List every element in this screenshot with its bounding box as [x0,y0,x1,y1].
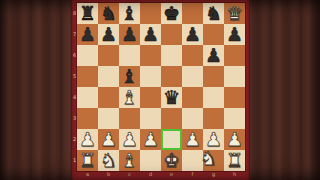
square-b6[interactable] [98,45,119,66]
square-h2[interactable]: ♟ [224,129,245,150]
square-d3[interactable] [140,108,161,129]
piece-white-pawn-a2[interactable]: ♟ [77,129,98,150]
square-d7[interactable]: ♟ [140,24,161,45]
piece-black-rook-a8[interactable]: ♜ [77,3,98,24]
piece-black-pawn-g6[interactable]: ♟ [203,45,224,66]
square-c1[interactable]: ♝ [119,150,140,171]
piece-black-king-e8[interactable]: ♚ [161,3,182,24]
video-frame: 87654321 abcdefgh ♜♞♝♚♞♛♟♟♟♟♟♟♟♝♝♛♟♟♟♟♟♟… [0,0,320,180]
square-a7[interactable]: ♟ [77,24,98,45]
piece-black-bishop-c8[interactable]: ♝ [119,3,140,24]
square-d6[interactable] [140,45,161,66]
square-g5[interactable] [203,66,224,87]
square-a1[interactable]: ♜ [77,150,98,171]
piece-black-pawn-h7[interactable]: ♟ [224,24,245,45]
square-b1[interactable]: ♞ [98,150,119,171]
square-d4[interactable] [140,87,161,108]
square-c3[interactable] [119,108,140,129]
square-h4[interactable] [224,87,245,108]
square-b2[interactable]: ♟ [98,129,119,150]
piece-black-pawn-f7[interactable]: ♟ [182,24,203,45]
file-label-h: h [224,171,245,179]
square-f3[interactable] [182,108,203,129]
square-a6[interactable] [77,45,98,66]
piece-black-knight-b8[interactable]: ♞ [98,3,119,24]
piece-black-knight-g8[interactable]: ♞ [203,3,224,24]
square-d8[interactable] [140,3,161,24]
piece-white-pawn-h2[interactable]: ♟ [224,129,245,150]
piece-black-bishop-c5[interactable]: ♝ [119,66,140,87]
square-g3[interactable] [203,108,224,129]
piece-white-bishop-c1[interactable]: ♝ [119,150,140,171]
file-label-g: g [203,171,224,179]
file-label-c: c [119,171,140,179]
piece-white-rook-a1[interactable]: ♜ [77,150,98,171]
square-e8[interactable]: ♚ [161,3,182,24]
piece-white-rook-h1[interactable]: ♜ [224,150,245,171]
square-g7[interactable] [203,24,224,45]
piece-white-pawn-c2[interactable]: ♟ [119,129,140,150]
piece-black-pawn-c7[interactable]: ♟ [119,24,140,45]
square-b4[interactable] [98,87,119,108]
square-c5[interactable]: ♝ [119,66,140,87]
square-b8[interactable]: ♞ [98,3,119,24]
piece-white-pawn-d2[interactable]: ♟ [140,129,161,150]
square-f5[interactable] [182,66,203,87]
square-b5[interactable] [98,66,119,87]
square-a3[interactable] [77,108,98,129]
square-c6[interactable] [119,45,140,66]
square-d5[interactable] [140,66,161,87]
square-f7[interactable]: ♟ [182,24,203,45]
square-b3[interactable] [98,108,119,129]
square-h8[interactable]: ♛ [224,3,245,24]
piece-black-pawn-d7[interactable]: ♟ [140,24,161,45]
square-a4[interactable] [77,87,98,108]
piece-white-knight-g1[interactable]: ♞ [198,148,219,169]
chess-board: ♜♞♝♚♞♛♟♟♟♟♟♟♟♝♝♛♟♟♟♟♟♟♟♜♞♝♚♞♜ [77,3,245,171]
piece-white-queen-h8[interactable]: ♛ [224,3,245,24]
square-e1[interactable]: ♚ [161,150,182,171]
file-label-a: a [77,171,98,179]
piece-white-pawn-b2[interactable]: ♟ [98,129,119,150]
square-e3[interactable] [161,108,182,129]
square-f8[interactable] [182,3,203,24]
square-c8[interactable]: ♝ [119,3,140,24]
square-e4[interactable]: ♛ [161,87,182,108]
square-a8[interactable]: ♜ [77,3,98,24]
square-e7[interactable] [161,24,182,45]
square-d2[interactable]: ♟ [140,129,161,150]
square-a5[interactable] [77,66,98,87]
square-c7[interactable]: ♟ [119,24,140,45]
piece-white-knight-b1[interactable]: ♞ [98,150,119,171]
file-label-b: b [98,171,119,179]
square-g1[interactable]: ♞ [203,150,224,171]
file-label-f: f [182,171,203,179]
piece-black-queen-e4[interactable]: ♛ [161,87,182,108]
square-d1[interactable] [140,150,161,171]
square-f6[interactable] [182,45,203,66]
file-coordinates: abcdefgh [77,171,245,179]
square-a2[interactable]: ♟ [77,129,98,150]
square-g4[interactable] [203,87,224,108]
square-e5[interactable] [161,66,182,87]
square-e6[interactable] [161,45,182,66]
square-g8[interactable]: ♞ [203,3,224,24]
square-h1[interactable]: ♜ [224,150,245,171]
square-h6[interactable] [224,45,245,66]
square-e2[interactable] [161,129,182,150]
square-g6[interactable]: ♟ [203,45,224,66]
square-c2[interactable]: ♟ [119,129,140,150]
file-label-e: e [161,171,182,179]
square-h3[interactable] [224,108,245,129]
square-c4[interactable]: ♝ [119,87,140,108]
piece-black-pawn-a7[interactable]: ♟ [77,24,98,45]
square-h5[interactable] [224,66,245,87]
file-label-d: d [140,171,161,179]
square-h7[interactable]: ♟ [224,24,245,45]
piece-white-king-e1[interactable]: ♚ [161,150,182,171]
piece-white-bishop-c4[interactable]: ♝ [119,87,140,108]
piece-black-pawn-b7[interactable]: ♟ [98,24,119,45]
square-b7[interactable]: ♟ [98,24,119,45]
square-f4[interactable] [182,87,203,108]
board-frame: 87654321 abcdefgh ♜♞♝♚♞♛♟♟♟♟♟♟♟♝♝♛♟♟♟♟♟♟… [72,0,249,180]
